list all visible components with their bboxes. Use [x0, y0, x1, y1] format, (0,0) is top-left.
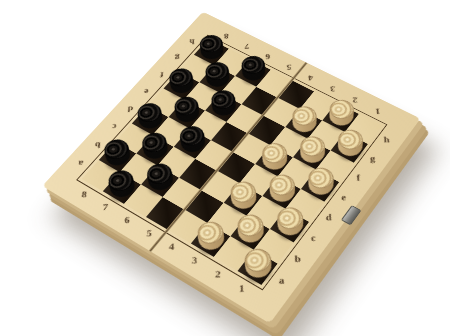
file-label: g — [365, 153, 380, 165]
file-label: c — [306, 232, 321, 245]
playing-field — [82, 38, 382, 285]
file-label: f — [351, 172, 366, 184]
rank-label: 6 — [119, 214, 134, 227]
checker-white[interactable] — [295, 140, 328, 167]
rank-label-far: 5 — [282, 62, 295, 73]
rank-label-far: 8 — [219, 31, 232, 41]
file-label: b — [290, 253, 305, 266]
checker-white[interactable] — [333, 134, 366, 161]
rank-label: 3 — [187, 254, 202, 267]
rank-label: 7 — [97, 201, 112, 213]
rank-label: 8 — [76, 188, 91, 200]
checker-black[interactable] — [207, 95, 239, 121]
rank-label-far: 1 — [370, 105, 385, 116]
file-label-far: f — [154, 69, 168, 80]
checker-black[interactable] — [105, 174, 139, 202]
checker-white[interactable] — [272, 211, 307, 241]
rank-label: 2 — [210, 268, 225, 282]
rank-label-far: 4 — [303, 72, 317, 83]
file-label-far: h — [185, 37, 198, 47]
file-label: a — [274, 274, 289, 288]
file-label-far: d — [123, 104, 137, 115]
file-label-far: a — [73, 158, 88, 170]
rank-label-far: 2 — [347, 94, 361, 105]
file-label: e — [336, 192, 351, 204]
checker-white[interactable] — [287, 111, 320, 137]
file-label: d — [321, 212, 336, 225]
file-label: h — [379, 134, 394, 146]
checker-white[interactable] — [257, 147, 291, 175]
rank-label: 1 — [234, 282, 249, 296]
rank-label-far: 6 — [261, 51, 274, 61]
rank-label: 5 — [141, 227, 156, 240]
file-label-far: g — [170, 53, 184, 63]
checker-black[interactable] — [166, 73, 198, 98]
metal-clasp — [341, 205, 362, 225]
checkers-board: aabbccddeeffgghh1122334455667788 — [42, 12, 420, 324]
rank-label: 4 — [164, 240, 179, 253]
product-photo-scene: aabbccddeeffgghh1122334455667788 — [0, 0, 450, 336]
rank-label-far: 7 — [240, 41, 253, 51]
file-label-far: e — [139, 86, 153, 97]
rank-label-far: 3 — [325, 83, 339, 94]
file-label-far: c — [106, 121, 121, 132]
